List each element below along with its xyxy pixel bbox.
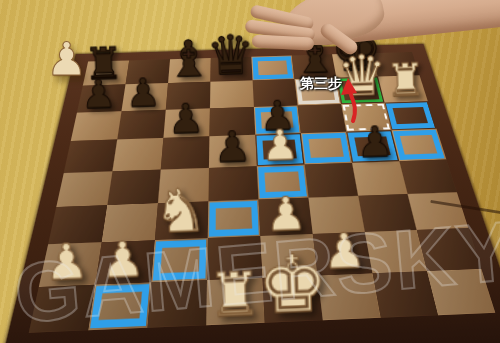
square-h1[interactable] <box>427 268 495 315</box>
piece-black-bishop[interactable]: ♝ <box>166 35 212 83</box>
square-d4[interactable] <box>208 166 258 202</box>
square-e3[interactable]: ♟ <box>259 198 313 237</box>
captured-white-pawn[interactable]: ♟ <box>46 36 87 82</box>
board-frame: ♜♝♛♝♚♟♟♛♜♟♟♟♟♟♞♟♟♟♟♜♚ <box>0 44 500 343</box>
piece-black-queen[interactable]: ♛ <box>206 30 256 82</box>
square-h4[interactable] <box>399 159 457 194</box>
square-e8[interactable] <box>251 56 294 81</box>
piece-white-pawn[interactable]: ♟ <box>322 227 366 274</box>
square-d1[interactable]: ♜ <box>206 277 264 325</box>
square-c6[interactable]: ♟ <box>163 108 210 138</box>
square-g5[interactable]: ♟ <box>346 130 399 162</box>
chess-board[interactable]: ♜♝♛♝♚♟♟♛♜♟♟♟♟♟♞♟♟♟♟♜♚ <box>29 52 495 333</box>
square-a6[interactable] <box>71 111 122 141</box>
square-b6[interactable] <box>117 110 166 140</box>
piece-white-queen[interactable]: ♛ <box>337 50 388 104</box>
square-b5[interactable] <box>112 138 163 171</box>
chess-game-screenshot: ♜♝♛♝♚♟♟♛♜♟♟♟♟♟♞♟♟♟♟♜♚ ♟ GAMERSKY 第三步 <box>0 0 500 343</box>
square-d8[interactable]: ♛ <box>210 57 252 82</box>
piece-black-pawn[interactable]: ♟ <box>213 126 252 167</box>
piece-black-pawn[interactable]: ♟ <box>125 73 161 111</box>
piece-white-pawn[interactable]: ♟ <box>100 236 145 284</box>
square-e1[interactable]: ♚ <box>262 275 322 323</box>
square-b2[interactable]: ♟ <box>95 240 154 284</box>
square-c2[interactable] <box>151 238 207 281</box>
piece-white-pawn[interactable]: ♟ <box>265 191 307 236</box>
square-g2[interactable] <box>365 230 427 272</box>
square-a1[interactable] <box>29 284 95 333</box>
square-c1[interactable] <box>147 280 207 328</box>
square-g3[interactable] <box>358 194 417 232</box>
square-b7[interactable]: ♟ <box>122 83 169 111</box>
piece-black-pawn[interactable]: ♟ <box>356 121 394 162</box>
square-d7[interactable] <box>210 81 254 108</box>
square-b1[interactable] <box>88 282 151 330</box>
square-g4[interactable] <box>352 161 408 196</box>
square-f5[interactable] <box>301 132 352 164</box>
square-h2[interactable] <box>417 228 481 270</box>
square-a5[interactable] <box>64 140 117 173</box>
square-c8[interactable]: ♝ <box>168 58 211 83</box>
piece-white-pawn[interactable]: ♟ <box>261 125 300 166</box>
square-f4[interactable] <box>305 162 359 197</box>
square-g7[interactable]: ♛ <box>336 77 384 104</box>
square-e5[interactable]: ♟ <box>255 133 304 165</box>
square-a2[interactable]: ♟ <box>39 243 102 287</box>
square-c3[interactable]: ♞ <box>155 201 209 240</box>
square-d3[interactable] <box>208 199 261 238</box>
piece-white-rook[interactable]: ♜ <box>207 266 262 325</box>
piece-black-pawn[interactable]: ♟ <box>167 99 204 138</box>
square-d5[interactable]: ♟ <box>209 135 257 167</box>
square-c5[interactable] <box>161 136 210 169</box>
piece-white-king[interactable]: ♚ <box>256 245 329 323</box>
square-a7[interactable]: ♟ <box>77 85 125 113</box>
square-h3[interactable] <box>408 192 469 230</box>
piece-white-knight[interactable]: ♞ <box>153 182 208 240</box>
square-f6[interactable] <box>298 104 347 134</box>
square-a4[interactable] <box>56 171 112 207</box>
piece-black-bishop[interactable]: ♝ <box>292 31 337 79</box>
square-h7[interactable]: ♜ <box>378 76 428 103</box>
piece-white-rook[interactable]: ♜ <box>385 59 426 103</box>
piece-white-pawn[interactable]: ♟ <box>44 238 90 286</box>
square-h5[interactable] <box>392 129 447 161</box>
step-annotation-label: 第三步 <box>300 75 342 93</box>
